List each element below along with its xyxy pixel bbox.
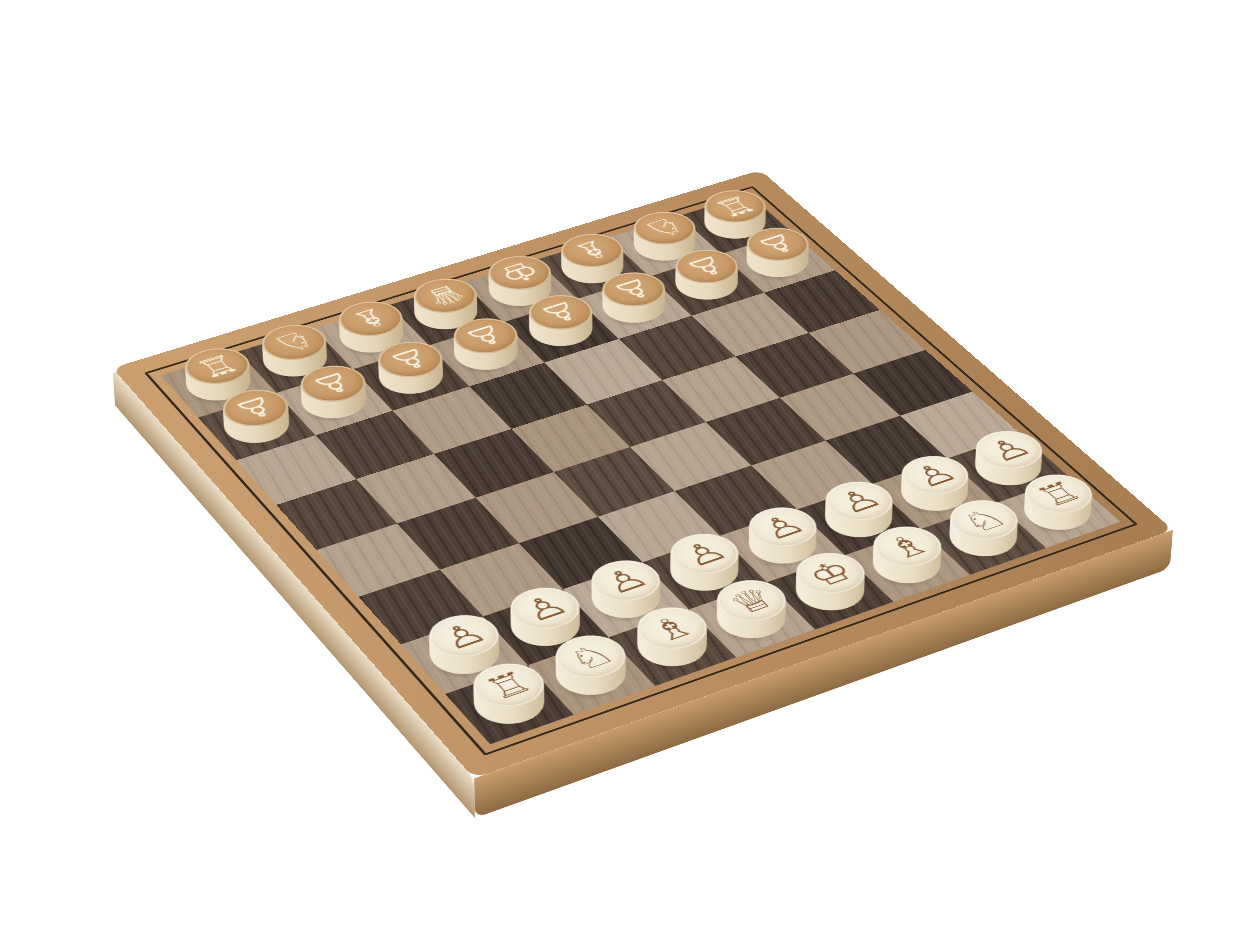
- black-knight-glyph: ♘: [637, 213, 691, 242]
- piece-white-knight[interactable]: ♘: [543, 647, 638, 705]
- black-knight-glyph: ♘: [267, 326, 322, 358]
- white-bishop-glyph: ♗: [641, 610, 702, 647]
- black-pawn-glyph: ♙: [305, 367, 360, 399]
- white-rook-glyph: ♖: [478, 666, 539, 705]
- black-bishop-glyph: ♗: [343, 303, 397, 334]
- black-pawn-glyph: ♙: [606, 274, 661, 305]
- piece-white-bishop[interactable]: ♗: [860, 538, 953, 592]
- white-pawn-glyph: ♙: [433, 617, 493, 655]
- white-bishop-glyph: ♗: [877, 529, 937, 565]
- black-rook-glyph: ♖: [708, 192, 762, 221]
- black-queen-glyph: ♕: [418, 280, 472, 311]
- white-pawn-glyph: ♙: [515, 590, 575, 627]
- chess-board: ♖♘♗♕♔♗♘♖♙♙♙♙♙♙♙♙♙♙♙♙♙♙♙♙♖♘♗♕♔♗♘♖: [112, 170, 1173, 778]
- white-pawn-glyph: ♙: [979, 433, 1038, 467]
- white-pawn-glyph: ♙: [905, 458, 964, 492]
- white-rook-glyph: ♖: [1029, 476, 1089, 511]
- black-rook-glyph: ♖: [189, 350, 244, 382]
- white-king-glyph: ♔: [800, 555, 860, 591]
- black-pawn-glyph: ♙: [679, 252, 734, 282]
- product-photo-stage: ♖♘♗♕♔♗♘♖♙♙♙♙♙♙♙♙♙♙♙♙♙♙♙♙♖♘♗♕♔♗♘♖: [0, 0, 1259, 944]
- white-queen-glyph: ♕: [721, 582, 781, 619]
- black-pawn-glyph: ♙: [458, 320, 513, 351]
- white-pawn-glyph: ♙: [595, 562, 655, 598]
- white-pawn-glyph: ♙: [752, 509, 811, 544]
- piece-white-king[interactable]: ♔: [783, 565, 876, 620]
- piece-white-bishop[interactable]: ♗: [624, 619, 718, 676]
- black-pawn-glyph: ♙: [227, 392, 283, 425]
- piece-white-queen[interactable]: ♕: [704, 592, 798, 648]
- white-knight-glyph: ♘: [560, 638, 621, 676]
- board-grid: ♖♘♗♕♔♗♘♖♙♙♙♙♙♙♙♙♙♙♙♙♙♙♙♙♖♘♗♕♔♗♘♖: [160, 194, 1120, 744]
- black-pawn-glyph: ♙: [533, 297, 588, 328]
- black-pawn-glyph: ♙: [382, 344, 437, 376]
- black-bishop-glyph: ♗: [565, 235, 619, 265]
- scene: ♖♘♗♕♔♗♘♖♙♙♙♙♙♙♙♙♙♙♙♙♙♙♙♙♖♘♗♕♔♗♘♖: [0, 0, 1259, 944]
- black-pawn-glyph: ♙: [750, 229, 804, 259]
- piece-white-rook[interactable]: ♖: [461, 675, 556, 734]
- white-knight-glyph: ♘: [954, 502, 1014, 537]
- white-pawn-glyph: ♙: [674, 536, 733, 572]
- white-pawn-glyph: ♙: [829, 483, 888, 518]
- black-king-glyph: ♔: [492, 258, 546, 288]
- board-3d-transform: ♖♘♗♕♔♗♘♖♙♙♙♙♙♙♙♙♙♙♙♙♙♙♙♙♖♘♗♕♔♗♘♖: [112, 170, 1173, 778]
